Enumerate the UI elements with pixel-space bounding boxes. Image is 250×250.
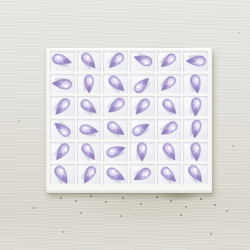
crystal-bead-icon bbox=[185, 54, 207, 68]
bead-tray bbox=[46, 48, 212, 193]
crystal-bead-icon bbox=[103, 164, 128, 185]
tray-cell bbox=[183, 74, 208, 95]
crystal-bead-icon bbox=[78, 122, 101, 139]
crystal-bead-icon bbox=[103, 119, 128, 140]
crystal-bead-icon bbox=[159, 142, 181, 163]
crystal-bead-icon bbox=[136, 142, 149, 163]
tray-cell bbox=[130, 74, 155, 95]
tray-cell bbox=[50, 51, 75, 72]
tray-cell bbox=[50, 96, 75, 117]
crystal-bead-icon bbox=[104, 74, 128, 95]
crystal-bead-icon bbox=[188, 142, 203, 163]
crystal-bead-icon bbox=[50, 96, 74, 117]
tray-cell bbox=[50, 142, 75, 163]
tray-cell bbox=[183, 142, 208, 163]
tray-cell bbox=[103, 164, 128, 185]
crystal-bead-icon bbox=[159, 96, 182, 117]
bead-body bbox=[105, 120, 126, 139]
tray-cell bbox=[103, 74, 128, 95]
tray-cell bbox=[157, 96, 182, 117]
crystal-bead-icon bbox=[77, 51, 101, 72]
tray-cell bbox=[183, 51, 208, 72]
tray-cell bbox=[50, 74, 75, 95]
crystal-bead-icon bbox=[130, 74, 154, 95]
tray-cell bbox=[77, 164, 102, 185]
photo-scene bbox=[0, 0, 250, 250]
tray-cell bbox=[77, 74, 102, 95]
crystal-bead-icon bbox=[78, 142, 101, 163]
tray-cell bbox=[183, 119, 208, 140]
crystal-bead-icon bbox=[50, 119, 75, 140]
tray-cell bbox=[157, 74, 182, 95]
tray-cell bbox=[157, 164, 182, 185]
tray-cell bbox=[157, 51, 182, 72]
crystal-bead-icon bbox=[83, 74, 96, 94]
tray-cell bbox=[103, 142, 128, 163]
tray-grid bbox=[50, 51, 208, 185]
tray-cell bbox=[77, 119, 102, 140]
crystal-bead-icon bbox=[51, 76, 74, 92]
tray-cell bbox=[183, 164, 208, 185]
tray-cell bbox=[130, 119, 155, 140]
crystal-bead-icon bbox=[184, 164, 208, 185]
crystal-bead-icon bbox=[103, 96, 128, 117]
crystal-bead-icon bbox=[104, 51, 128, 72]
crystal-bead-icon bbox=[157, 164, 181, 185]
crystal-bead-icon bbox=[187, 74, 204, 95]
crystal-bead-icon bbox=[103, 142, 128, 161]
crystal-bead-icon bbox=[51, 164, 74, 185]
tray-cell bbox=[50, 164, 75, 185]
surface-speckles bbox=[0, 0, 2, 2]
crystal-bead-icon bbox=[157, 51, 180, 72]
crystal-bead-icon bbox=[130, 119, 154, 140]
tray-cell bbox=[130, 164, 155, 185]
tray-cell bbox=[157, 119, 182, 140]
tray-cell bbox=[130, 142, 155, 163]
crystal-bead-icon bbox=[50, 51, 75, 70]
tray-cell bbox=[77, 96, 102, 117]
crystal-bead-icon bbox=[157, 119, 182, 140]
tray-cell bbox=[157, 142, 182, 163]
tray-cell bbox=[77, 51, 102, 72]
tray-cell bbox=[183, 96, 208, 117]
crystal-bead-icon bbox=[78, 164, 100, 185]
tray-cell bbox=[77, 142, 102, 163]
tray-cell bbox=[130, 51, 155, 72]
crystal-bead-icon bbox=[131, 96, 155, 117]
crystal-bead-icon bbox=[130, 164, 155, 185]
crystal-bead-icon bbox=[157, 74, 180, 95]
tray-cell bbox=[130, 96, 155, 117]
crystal-bead-icon bbox=[188, 119, 204, 140]
tray-cell bbox=[103, 51, 128, 72]
crystal-bead-icon bbox=[131, 51, 154, 70]
crystal-bead-icon bbox=[77, 96, 102, 117]
crystal-bead-icon bbox=[51, 142, 74, 163]
tray-cell bbox=[50, 119, 75, 140]
crystal-bead-icon bbox=[188, 96, 203, 117]
tray-cell bbox=[103, 96, 128, 117]
tray-cell bbox=[103, 119, 128, 140]
